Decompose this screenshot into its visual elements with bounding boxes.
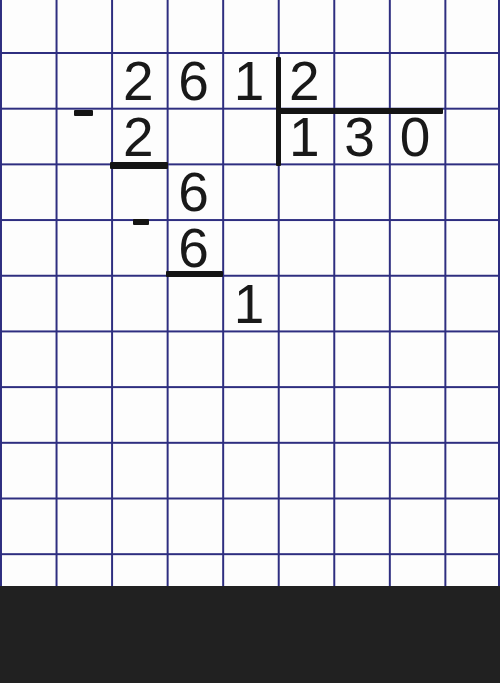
answer-band: 261/2 = 130 в остатке 1 — [0, 586, 500, 683]
minus-sign-2 — [133, 219, 149, 225]
digit-dividend-units: 1 — [221, 52, 276, 108]
subtraction-underline-1 — [110, 162, 168, 169]
digit-brought-down: 6 — [166, 163, 221, 219]
digit-quotient-hundreds: 1 — [277, 108, 332, 164]
digit-divisor: 2 — [277, 52, 332, 108]
digit-quotient-tens: 3 — [332, 108, 387, 164]
subtraction-underline-2 — [166, 271, 223, 277]
digit-dividend-tens: 6 — [166, 52, 221, 108]
digit-subtrahend-2: 6 — [166, 219, 221, 275]
digit-quotient-units: 0 — [387, 108, 442, 164]
minus-sign-1 — [74, 110, 93, 116]
worksheet-screen: 2 6 1 2 2 1 3 0 6 6 1 261/2 = 130 в оста… — [0, 0, 500, 683]
digit-subtrahend-1: 2 — [111, 108, 166, 164]
digit-dividend-hundreds: 2 — [111, 52, 166, 108]
digit-remainder: 1 — [221, 275, 276, 331]
division-bracket-horizontal-line — [277, 108, 443, 114]
graph-paper-grid: 2 6 1 2 2 1 3 0 6 6 1 — [0, 0, 500, 586]
